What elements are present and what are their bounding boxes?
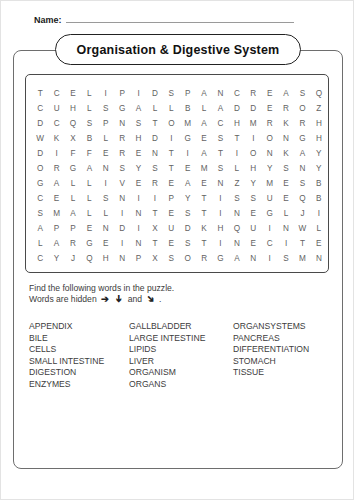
grid-cell-r5c5[interactable]: E <box>98 147 114 162</box>
grid-cell-r8c4[interactable]: L <box>81 192 97 207</box>
grid-cell-r3c3[interactable]: Q <box>65 117 81 132</box>
grid-cell-r12c2[interactable]: Y <box>48 252 64 267</box>
name-row: Name: <box>34 14 294 25</box>
grid-cell-r11c11[interactable]: T <box>196 237 212 252</box>
grid-cell-r1c17[interactable]: S <box>294 87 310 102</box>
grid-cell-r10c10[interactable]: D <box>180 222 196 237</box>
grid-cell-r12c18[interactable]: N <box>311 252 327 267</box>
grid-cell-r6c13[interactable]: L <box>229 162 245 177</box>
grid-cell-r1c1[interactable]: T <box>32 87 48 102</box>
grid-cell-r4c9[interactable]: I <box>163 132 179 147</box>
grid-cell-r7c1[interactable]: G <box>32 177 48 192</box>
grid-cell-r11c4[interactable]: G <box>81 237 97 252</box>
word-item: ORGANSYSTEMS <box>233 321 329 333</box>
grid-cell-r11c9[interactable]: E <box>163 237 179 252</box>
grid-cell-r3c9[interactable]: O <box>163 117 179 132</box>
grid-cell-r5c7[interactable]: E <box>130 147 146 162</box>
grid-cell-r5c1[interactable]: D <box>32 147 48 162</box>
grid-cell-r3c7[interactable]: S <box>130 117 146 132</box>
grid-cell-r12c5[interactable]: H <box>98 252 114 267</box>
grid-cell-r6c6[interactable]: S <box>114 162 130 177</box>
grid-cell-r9c3[interactable]: A <box>65 207 81 222</box>
grid-cell-r5c2[interactable]: I <box>48 147 64 162</box>
grid-cell-r2c9[interactable]: L <box>163 102 179 117</box>
word-item: STOMACH <box>233 356 329 368</box>
arrow-right-icon: ➔ <box>101 294 109 304</box>
grid-cell-r3c14[interactable]: M <box>245 117 261 132</box>
grid-cell-r2c7[interactable]: A <box>130 102 146 117</box>
grid-cell-r4c18[interactable]: H <box>311 132 327 147</box>
grid-cell-r4c16[interactable]: N <box>278 132 294 147</box>
grid-cell-r7c9[interactable]: E <box>163 177 179 192</box>
name-blank-line[interactable] <box>66 14 294 23</box>
grid-cell-r12c10[interactable]: O <box>180 252 196 267</box>
grid-cell-r7c8[interactable]: R <box>147 177 163 192</box>
grid-cell-r11c16[interactable]: I <box>278 237 294 252</box>
grid-cell-r6c10[interactable]: E <box>180 162 196 177</box>
word-list-column-2: GALLBLADDERLARGE INTESTINELIPIDSLIVERORG… <box>129 321 233 391</box>
title-pill: Organisation & Digestive System <box>55 34 301 65</box>
grid-cell-r12c15[interactable]: I <box>261 252 277 267</box>
grid-cell-r4c5[interactable]: L <box>98 132 114 147</box>
grid-cell-r4c11[interactable]: E <box>196 132 212 147</box>
grid-cell-r12c7[interactable]: P <box>130 252 146 267</box>
grid-cell-r8c8[interactable]: I <box>147 192 163 207</box>
grid-cell-r12c16[interactable]: S <box>278 252 294 267</box>
grid-cell-r10c9[interactable]: U <box>163 222 179 237</box>
grid-cell-r3c2[interactable]: C <box>48 117 64 132</box>
grid-cell-r2c4[interactable]: L <box>81 102 97 117</box>
grid-cell-r2c10[interactable]: B <box>180 102 196 117</box>
grid-cell-r5c4[interactable]: F <box>81 147 97 162</box>
word-item: DIGESTION <box>29 367 129 379</box>
grid-cell-r10c5[interactable]: N <box>98 222 114 237</box>
grid-cell-r9c12[interactable]: I <box>212 207 228 222</box>
grid-cell-r5c16[interactable]: K <box>278 147 294 162</box>
grid-cell-r5c18[interactable]: Y <box>311 147 327 162</box>
grid-cell-r4c10[interactable]: G <box>180 132 196 147</box>
grid-cell-r9c5[interactable]: L <box>98 207 114 222</box>
word-item: TISSUE <box>233 367 329 379</box>
word-item: BILE <box>29 333 129 345</box>
grid-cell-r5c14[interactable]: O <box>245 147 261 162</box>
grid-cell-r1c3[interactable]: E <box>65 87 81 102</box>
grid-cell-r9c14[interactable]: E <box>245 207 261 222</box>
grid-cell-r1c10[interactable]: P <box>180 87 196 102</box>
word-item: ORGANISM <box>129 367 233 379</box>
grid-cell-r9c2[interactable]: M <box>48 207 64 222</box>
grid-cell-r10c3[interactable]: P <box>65 222 81 237</box>
grid-cell-r3c5[interactable]: P <box>98 117 114 132</box>
grid-cell-r7c6[interactable]: V <box>114 177 130 192</box>
grid-cell-r3c1[interactable]: D <box>32 117 48 132</box>
arrow-diagonal-icon: ➔ <box>144 292 156 304</box>
grid-cell-r10c11[interactable]: K <box>196 222 212 237</box>
grid-cell-r6c3[interactable]: G <box>65 162 81 177</box>
grid-cell-r5c10[interactable]: I <box>180 147 196 162</box>
grid-cell-r1c12[interactable]: N <box>212 87 228 102</box>
grid-cell-r6c16[interactable]: S <box>278 162 294 177</box>
grid-cell-r4c17[interactable]: G <box>294 132 310 147</box>
grid-cell-r12c12[interactable]: G <box>212 252 228 267</box>
grid-cell-r9c8[interactable]: T <box>147 207 163 222</box>
grid-cell-r11c14[interactable]: E <box>245 237 261 252</box>
grid-cell-r2c15[interactable]: E <box>261 102 277 117</box>
grid-cell-r12c13[interactable]: A <box>229 252 245 267</box>
grid-cell-r7c15[interactable]: M <box>261 177 277 192</box>
grid-cell-r9c6[interactable]: I <box>114 207 130 222</box>
grid-cell-r6c15[interactable]: Y <box>261 162 277 177</box>
grid-cell-r3c16[interactable]: K <box>278 117 294 132</box>
grid-cell-r7c5[interactable]: I <box>98 177 114 192</box>
grid-cell-r1c18[interactable]: Q <box>311 87 327 102</box>
grid-cell-r11c18[interactable]: E <box>311 237 327 252</box>
grid-cell-r6c9[interactable]: T <box>163 162 179 177</box>
grid-cell-r1c6[interactable]: P <box>114 87 130 102</box>
word-list-column-1: APPENDIXBILECELLSSMALL INTESTINEDIGESTIO… <box>29 321 129 391</box>
grid-cell-r6c7[interactable]: Y <box>130 162 146 177</box>
grid-cell-r9c16[interactable]: L <box>278 207 294 222</box>
grid-cell-r1c8[interactable]: D <box>147 87 163 102</box>
word-item: DIFFERENTIATION <box>233 344 329 356</box>
grid-cell-r8c7[interactable]: I <box>130 192 146 207</box>
grid-cell-r4c12[interactable]: S <box>212 132 228 147</box>
grid-cell-r10c17[interactable]: W <box>294 222 310 237</box>
grid-cell-r2c1[interactable]: C <box>32 102 48 117</box>
grid-cell-r5c15[interactable]: N <box>261 147 277 162</box>
grid-cell-r9c11[interactable]: T <box>196 207 212 222</box>
grid-cell-r5c3[interactable]: F <box>65 147 81 162</box>
grid-cell-r11c3[interactable]: R <box>65 237 81 252</box>
instruction-line-2: Words are hidden ➔ ➔ and ➔ . <box>29 294 174 305</box>
instruction-line-2-and: and <box>128 294 142 304</box>
grid-cell-r1c11[interactable]: A <box>196 87 212 102</box>
grid-cell-r7c12[interactable]: N <box>212 177 228 192</box>
grid-cell-r8c14[interactable]: S <box>245 192 261 207</box>
arrow-down-icon: ➔ <box>115 294 125 302</box>
word-item: APPENDIX <box>29 321 129 333</box>
grid-cell-r2c12[interactable]: A <box>212 102 228 117</box>
grid-cell-r10c2[interactable]: P <box>48 222 64 237</box>
grid-cell-r3c12[interactable]: C <box>212 117 228 132</box>
grid-cell-r5c13[interactable]: I <box>229 147 245 162</box>
word-search-grid: TCELIPIDSPANCREASQCUHLSGALLBLADDEROZDCQS… <box>32 87 327 267</box>
puzzle-grid-box: TCELIPIDSPANCREASQCUHLSGALLBLADDEROZDCQS… <box>25 74 329 273</box>
grid-cell-r11c12[interactable]: I <box>212 237 228 252</box>
grid-cell-r9c13[interactable]: N <box>229 207 245 222</box>
grid-cell-r11c13[interactable]: N <box>229 237 245 252</box>
grid-cell-r1c7[interactable]: I <box>130 87 146 102</box>
grid-cell-r4c8[interactable]: D <box>147 132 163 147</box>
grid-cell-r7c4[interactable]: L <box>81 177 97 192</box>
grid-cell-r2c3[interactable]: H <box>65 102 81 117</box>
grid-cell-r10c6[interactable]: D <box>114 222 130 237</box>
grid-cell-r11c1[interactable]: L <box>32 237 48 252</box>
grid-cell-r1c2[interactable]: C <box>48 87 64 102</box>
grid-cell-r12c17[interactable]: M <box>294 252 310 267</box>
grid-cell-r4c6[interactable]: R <box>114 132 130 147</box>
grid-cell-r12c8[interactable]: X <box>147 252 163 267</box>
grid-cell-r1c14[interactable]: R <box>245 87 261 102</box>
grid-cell-r4c13[interactable]: T <box>229 132 245 147</box>
grid-cell-r9c1[interactable]: S <box>32 207 48 222</box>
grid-cell-r2c16[interactable]: R <box>278 102 294 117</box>
grid-cell-r7c10[interactable]: A <box>180 177 196 192</box>
grid-cell-r5c8[interactable]: N <box>147 147 163 162</box>
grid-cell-r6c1[interactable]: O <box>32 162 48 177</box>
grid-cell-r4c14[interactable]: I <box>245 132 261 147</box>
grid-cell-r3c4[interactable]: S <box>81 117 97 132</box>
grid-cell-r10c12[interactable]: H <box>212 222 228 237</box>
grid-cell-r9c17[interactable]: J <box>294 207 310 222</box>
grid-cell-r12c6[interactable]: N <box>114 252 130 267</box>
grid-cell-r1c9[interactable]: S <box>163 87 179 102</box>
grid-cell-r2c2[interactable]: U <box>48 102 64 117</box>
grid-cell-r5c12[interactable]: T <box>212 147 228 162</box>
grid-cell-r3c13[interactable]: H <box>229 117 245 132</box>
grid-cell-r8c9[interactable]: P <box>163 192 179 207</box>
grid-cell-r6c4[interactable]: A <box>81 162 97 177</box>
grid-cell-r7c2[interactable]: A <box>48 177 64 192</box>
grid-cell-r4c7[interactable]: H <box>130 132 146 147</box>
grid-cell-r10c8[interactable]: X <box>147 222 163 237</box>
grid-cell-r10c1[interactable]: A <box>32 222 48 237</box>
grid-cell-r10c18[interactable]: L <box>311 222 327 237</box>
grid-cell-r7c11[interactable]: E <box>196 177 212 192</box>
word-list: APPENDIXBILECELLSSMALL INTESTINEDIGESTIO… <box>29 321 329 391</box>
grid-cell-r10c15[interactable]: I <box>261 222 277 237</box>
grid-cell-r3c18[interactable]: H <box>311 117 327 132</box>
grid-cell-r1c5[interactable]: I <box>98 87 114 102</box>
grid-cell-r7c13[interactable]: Z <box>229 177 245 192</box>
word-item: SMALL INTESTINE <box>29 356 129 368</box>
grid-cell-r3c6[interactable]: N <box>114 117 130 132</box>
grid-cell-r5c17[interactable]: A <box>294 147 310 162</box>
word-item: PANCREAS <box>233 333 329 345</box>
word-item: GALLBLADDER <box>129 321 233 333</box>
grid-cell-r12c1[interactable]: C <box>32 252 48 267</box>
grid-cell-r9c15[interactable]: G <box>261 207 277 222</box>
grid-cell-r5c9[interactable]: T <box>163 147 179 162</box>
grid-cell-r8c12[interactable]: I <box>212 192 228 207</box>
grid-cell-r8c1[interactable]: C <box>32 192 48 207</box>
instruction-line-2-period: . <box>159 294 161 304</box>
grid-cell-r3c11[interactable]: A <box>196 117 212 132</box>
word-item: LIPIDS <box>129 344 233 356</box>
instructions: Find the following words in the puzzle. … <box>29 283 174 304</box>
word-item: ORGANS <box>129 379 233 391</box>
grid-cell-r6c17[interactable]: N <box>294 162 310 177</box>
grid-cell-r12c4[interactable]: Q <box>81 252 97 267</box>
grid-cell-r9c7[interactable]: N <box>130 207 146 222</box>
grid-cell-r2c5[interactable]: S <box>98 102 114 117</box>
grid-cell-r3c17[interactable]: R <box>294 117 310 132</box>
grid-cell-r1c16[interactable]: A <box>278 87 294 102</box>
grid-cell-r1c15[interactable]: E <box>261 87 277 102</box>
grid-cell-r6c11[interactable]: M <box>196 162 212 177</box>
worksheet-page: Name: Organisation & Digestive System TC… <box>0 0 354 500</box>
grid-cell-r7c18[interactable]: B <box>311 177 327 192</box>
grid-cell-r11c6[interactable]: I <box>114 237 130 252</box>
word-item: LIVER <box>129 356 233 368</box>
word-item: LARGE INTESTINE <box>129 333 233 345</box>
grid-cell-r10c4[interactable]: E <box>81 222 97 237</box>
grid-cell-r8c17[interactable]: Q <box>294 192 310 207</box>
word-item: CELLS <box>29 344 129 356</box>
grid-cell-r7c3[interactable]: L <box>65 177 81 192</box>
grid-cell-r8c11[interactable]: T <box>196 192 212 207</box>
grid-cell-r12c11[interactable]: R <box>196 252 212 267</box>
grid-cell-r6c2[interactable]: R <box>48 162 64 177</box>
grid-cell-r11c7[interactable]: N <box>130 237 146 252</box>
word-list-column-3: ORGANSYSTEMSPANCREASDIFFERENTIATIONSTOMA… <box>233 321 329 391</box>
grid-cell-r6c14[interactable]: H <box>245 162 261 177</box>
grid-cell-r2c8[interactable]: L <box>147 102 163 117</box>
grid-cell-r5c11[interactable]: A <box>196 147 212 162</box>
grid-cell-r11c2[interactable]: A <box>48 237 64 252</box>
grid-cell-r10c13[interactable]: Q <box>229 222 245 237</box>
grid-cell-r2c17[interactable]: O <box>294 102 310 117</box>
grid-cell-r4c15[interactable]: O <box>261 132 277 147</box>
grid-cell-r11c15[interactable]: C <box>261 237 277 252</box>
grid-cell-r11c17[interactable]: T <box>294 237 310 252</box>
grid-cell-r7c17[interactable]: S <box>294 177 310 192</box>
grid-cell-r2c13[interactable]: D <box>229 102 245 117</box>
grid-cell-r6c5[interactable]: N <box>98 162 114 177</box>
grid-cell-r11c5[interactable]: E <box>98 237 114 252</box>
grid-cell-r10c14[interactable]: U <box>245 222 261 237</box>
grid-cell-r8c6[interactable]: N <box>114 192 130 207</box>
grid-cell-r7c16[interactable]: E <box>278 177 294 192</box>
grid-cell-r4c2[interactable]: K <box>48 132 64 147</box>
grid-cell-r4c3[interactable]: X <box>65 132 81 147</box>
word-item: ENZYMES <box>29 379 129 391</box>
grid-cell-r11c10[interactable]: S <box>180 237 196 252</box>
grid-cell-r7c7[interactable]: E <box>130 177 146 192</box>
grid-cell-r3c10[interactable]: M <box>180 117 196 132</box>
grid-cell-r5c6[interactable]: R <box>114 147 130 162</box>
grid-cell-r8c13[interactable]: S <box>229 192 245 207</box>
grid-cell-r3c8[interactable]: T <box>147 117 163 132</box>
grid-cell-r9c9[interactable]: E <box>163 207 179 222</box>
grid-cell-r6c12[interactable]: S <box>212 162 228 177</box>
grid-cell-r2c18[interactable]: Z <box>311 102 327 117</box>
grid-cell-r4c4[interactable]: B <box>81 132 97 147</box>
page-title: Organisation & Digestive System <box>77 43 280 57</box>
grid-cell-r3c15[interactable]: R <box>261 117 277 132</box>
grid-cell-r2c11[interactable]: L <box>196 102 212 117</box>
grid-cell-r6c18[interactable]: Y <box>311 162 327 177</box>
grid-cell-r1c4[interactable]: L <box>81 87 97 102</box>
grid-cell-r9c18[interactable]: I <box>311 207 327 222</box>
grid-cell-r12c14[interactable]: N <box>245 252 261 267</box>
grid-cell-r9c4[interactable]: L <box>81 207 97 222</box>
grid-cell-r8c16[interactable]: E <box>278 192 294 207</box>
grid-cell-r10c16[interactable]: N <box>278 222 294 237</box>
instruction-line-2-prefix: Words are hidden <box>29 294 97 304</box>
grid-cell-r8c5[interactable]: S <box>98 192 114 207</box>
grid-cell-r12c3[interactable]: J <box>65 252 81 267</box>
grid-cell-r4c1[interactable]: W <box>32 132 48 147</box>
grid-cell-r2c14[interactable]: D <box>245 102 261 117</box>
grid-cell-r8c10[interactable]: Y <box>180 192 196 207</box>
grid-cell-r8c15[interactable]: U <box>261 192 277 207</box>
grid-cell-r11c8[interactable]: T <box>147 237 163 252</box>
grid-cell-r10c7[interactable]: I <box>130 222 146 237</box>
grid-cell-r7c14[interactable]: Y <box>245 177 261 192</box>
grid-cell-r8c18[interactable]: B <box>311 192 327 207</box>
name-label: Name: <box>34 15 62 25</box>
grid-cell-r1c13[interactable]: C <box>229 87 245 102</box>
grid-cell-r2c6[interactable]: G <box>114 102 130 117</box>
grid-cell-r6c8[interactable]: S <box>147 162 163 177</box>
grid-cell-r9c10[interactable]: S <box>180 207 196 222</box>
grid-cell-r12c9[interactable]: S <box>163 252 179 267</box>
grid-cell-r8c2[interactable]: E <box>48 192 64 207</box>
grid-cell-r8c3[interactable]: L <box>65 192 81 207</box>
